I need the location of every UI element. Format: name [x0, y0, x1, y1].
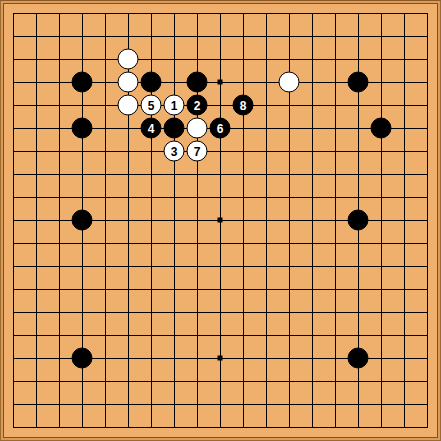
white-stone-move-5: 5	[141, 95, 162, 116]
white-stone-move-7: 7	[187, 141, 208, 162]
black-stone-move-6: 6	[210, 118, 231, 139]
black-stone	[348, 348, 369, 369]
black-stone	[164, 118, 185, 139]
star-point	[218, 356, 223, 361]
black-stone-move-2: 2	[187, 95, 208, 116]
black-stone	[72, 210, 93, 231]
black-stone	[72, 348, 93, 369]
black-stone	[141, 72, 162, 93]
white-stone	[279, 72, 300, 93]
white-stone	[118, 72, 139, 93]
white-stone	[118, 95, 139, 116]
star-point	[218, 80, 223, 85]
black-stone	[72, 118, 93, 139]
black-stone	[348, 210, 369, 231]
white-stone-move-1: 1	[164, 95, 185, 116]
go-board-surface: 12345678	[3, 3, 438, 438]
black-stone	[371, 118, 392, 139]
black-stone-move-4: 4	[141, 118, 162, 139]
black-stone	[72, 72, 93, 93]
white-stone	[118, 49, 139, 70]
black-stone-move-8: 8	[233, 95, 254, 116]
star-point	[218, 218, 223, 223]
go-board: 12345678	[0, 0, 441, 441]
black-stone	[187, 72, 208, 93]
white-stone	[187, 118, 208, 139]
black-stone	[348, 72, 369, 93]
white-stone-move-3: 3	[164, 141, 185, 162]
